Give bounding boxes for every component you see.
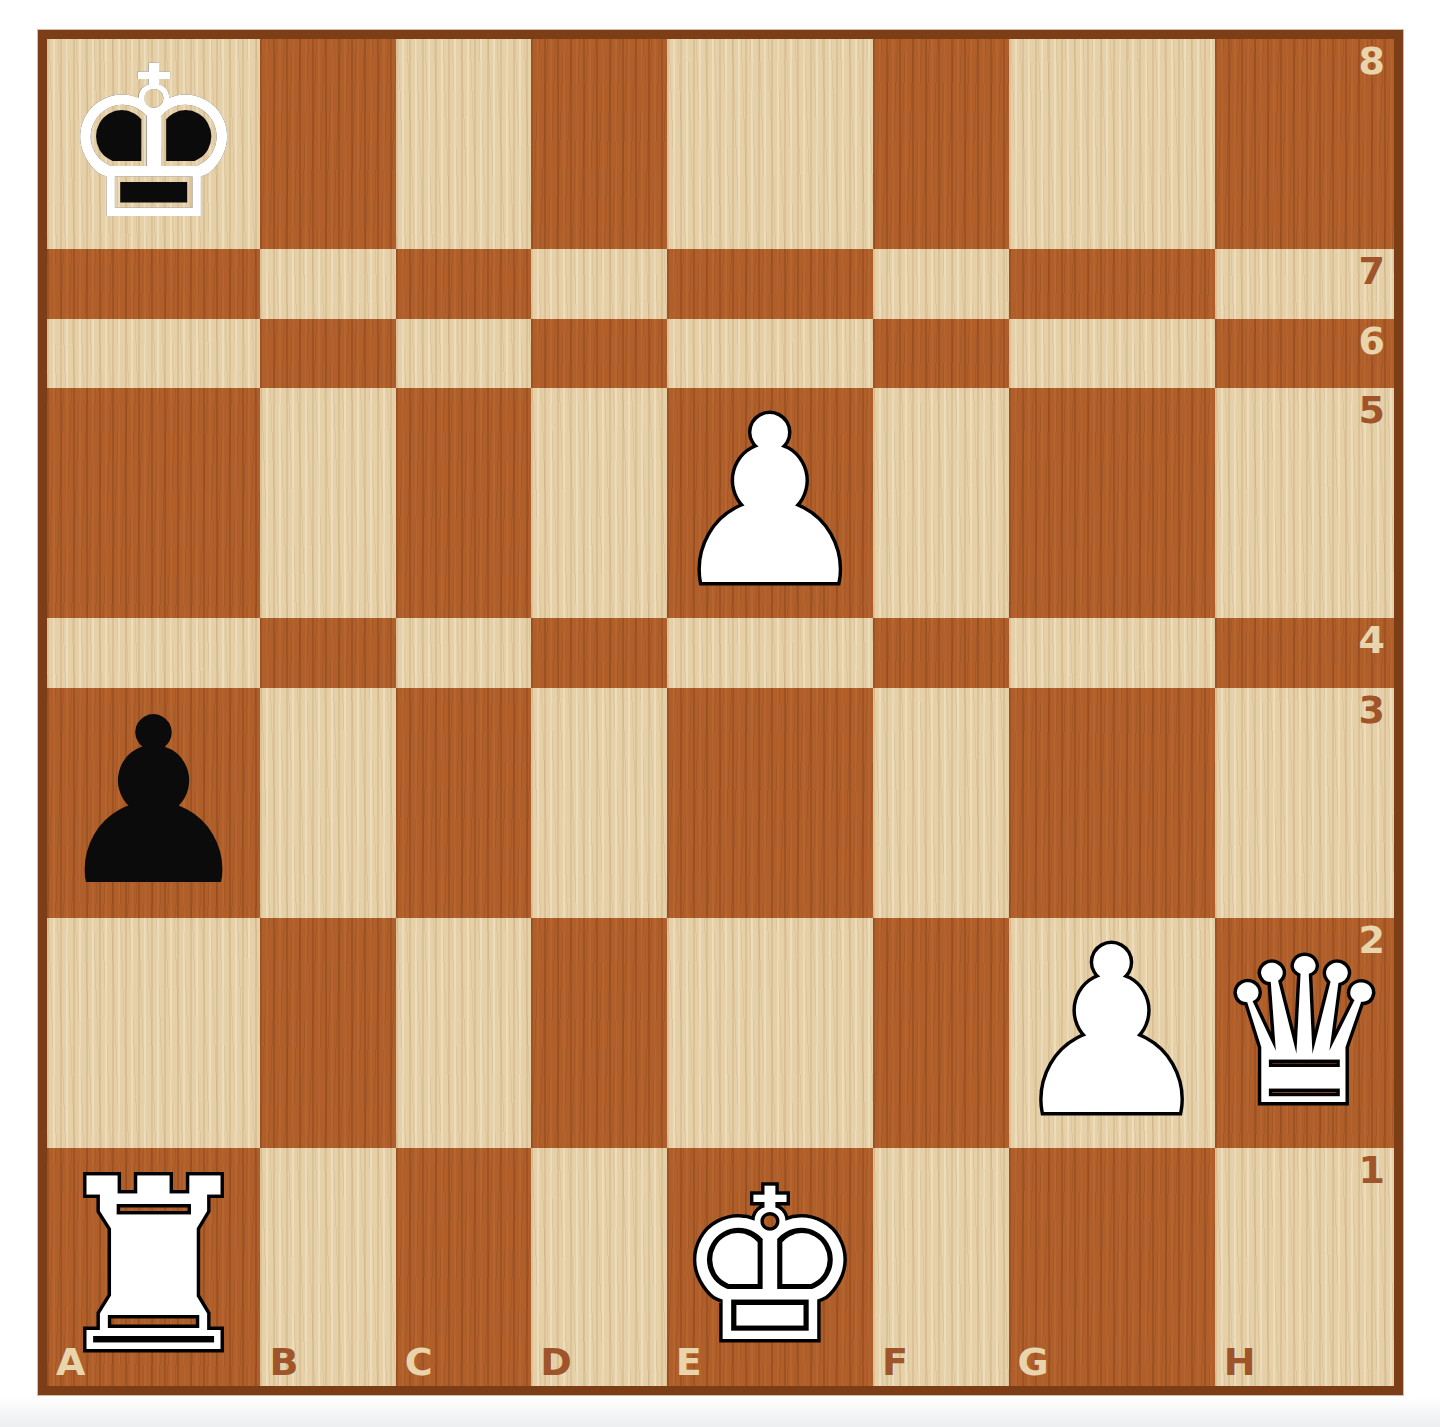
square-b7[interactable] xyxy=(260,249,395,319)
square-b3[interactable] xyxy=(260,688,395,918)
square-a1[interactable]: A♜ xyxy=(47,1148,260,1386)
square-h6[interactable]: 6 xyxy=(1215,319,1394,389)
square-c2[interactable] xyxy=(396,918,531,1148)
square-d4[interactable] xyxy=(531,618,666,688)
white-queen-icon[interactable]: ♛ xyxy=(1215,933,1394,1133)
square-d3[interactable] xyxy=(531,688,666,918)
file-label-c: C xyxy=(405,1343,433,1381)
square-c5[interactable] xyxy=(396,388,531,618)
square-c1[interactable]: C xyxy=(396,1148,531,1386)
square-e7[interactable] xyxy=(667,249,873,319)
file-label-d: D xyxy=(540,1343,572,1381)
square-f4[interactable] xyxy=(873,618,1008,688)
rank-label-8: 8 xyxy=(1359,42,1385,80)
file-label-f: F xyxy=(882,1343,908,1381)
square-d2[interactable] xyxy=(531,918,666,1148)
rank-label-5: 5 xyxy=(1359,391,1385,429)
piece-glyph: ♚ xyxy=(60,39,248,249)
square-h4[interactable]: 4 xyxy=(1215,618,1394,688)
square-g3[interactable] xyxy=(1009,688,1215,918)
square-c6[interactable] xyxy=(396,319,531,389)
piece-glyph: ♚ xyxy=(676,1162,864,1372)
square-e8[interactable] xyxy=(667,39,873,249)
square-f2[interactable] xyxy=(873,918,1008,1148)
piece-glyph: ♟ xyxy=(1009,918,1215,1148)
square-f8[interactable] xyxy=(873,39,1008,249)
file-label-b: B xyxy=(269,1343,298,1381)
square-f7[interactable] xyxy=(873,249,1008,319)
rank-label-3: 3 xyxy=(1359,691,1385,729)
square-g1[interactable]: G xyxy=(1009,1148,1215,1386)
square-c8[interactable] xyxy=(396,39,531,249)
piece-glyph: ♟ xyxy=(51,688,257,918)
rank-label-7: 7 xyxy=(1359,252,1385,290)
black-pawn-icon[interactable]: ♟ xyxy=(51,688,257,918)
rank-label-1: 1 xyxy=(1359,1151,1385,1189)
square-d1[interactable]: D xyxy=(531,1148,666,1386)
square-e5[interactable]: ♟ xyxy=(667,388,873,618)
square-e2[interactable] xyxy=(667,918,873,1148)
square-g8[interactable] xyxy=(1009,39,1215,249)
square-a2[interactable] xyxy=(47,918,260,1148)
square-c4[interactable] xyxy=(396,618,531,688)
chess-board-frame: ♚♔876♟54♟3♟2♛A♜BCDE♚FGH1 xyxy=(38,30,1403,1395)
square-h8[interactable]: 8 xyxy=(1215,39,1394,249)
square-g5[interactable] xyxy=(1009,388,1215,618)
piece-glyph: ♟ xyxy=(667,388,873,618)
black-king-icon[interactable]: ♚♔ xyxy=(60,39,248,249)
square-a5[interactable] xyxy=(47,388,260,618)
square-d6[interactable] xyxy=(531,319,666,389)
piece-glyph: ♛ xyxy=(1215,933,1394,1133)
square-b4[interactable] xyxy=(260,618,395,688)
file-label-h: H xyxy=(1224,1343,1256,1381)
square-a6[interactable] xyxy=(47,319,260,389)
square-h5[interactable]: 5 xyxy=(1215,388,1394,618)
page-background: { "game": "chess", "board_theme": { "lig… xyxy=(0,0,1440,1427)
square-c7[interactable] xyxy=(396,249,531,319)
square-b2[interactable] xyxy=(260,918,395,1148)
white-king-icon[interactable]: ♚ xyxy=(676,1162,864,1372)
square-h1[interactable]: H1 xyxy=(1215,1148,1394,1386)
square-b8[interactable] xyxy=(260,39,395,249)
square-f5[interactable] xyxy=(873,388,1008,618)
square-g4[interactable] xyxy=(1009,618,1215,688)
square-h7[interactable]: 7 xyxy=(1215,249,1394,319)
rank-label-2: 2 xyxy=(1359,921,1385,959)
square-d5[interactable] xyxy=(531,388,666,618)
square-h3[interactable]: 3 xyxy=(1215,688,1394,918)
square-d7[interactable] xyxy=(531,249,666,319)
rank-label-4: 4 xyxy=(1359,621,1385,659)
square-b5[interactable] xyxy=(260,388,395,618)
square-f1[interactable]: F xyxy=(873,1148,1008,1386)
square-a3[interactable]: ♟ xyxy=(47,688,260,918)
white-pawn-icon[interactable]: ♟ xyxy=(667,388,873,618)
square-e3[interactable] xyxy=(667,688,873,918)
square-h2[interactable]: 2♛ xyxy=(1215,918,1394,1148)
square-b6[interactable] xyxy=(260,319,395,389)
square-d8[interactable] xyxy=(531,39,666,249)
square-g6[interactable] xyxy=(1009,319,1215,389)
file-label-a: A xyxy=(56,1343,85,1381)
white-pawn-icon[interactable]: ♟ xyxy=(1009,918,1215,1148)
square-e1[interactable]: E♚ xyxy=(667,1148,873,1386)
square-c3[interactable] xyxy=(396,688,531,918)
file-label-e: E xyxy=(676,1343,702,1381)
rank-label-6: 6 xyxy=(1359,322,1385,360)
square-g2[interactable]: ♟ xyxy=(1009,918,1215,1148)
square-f3[interactable] xyxy=(873,688,1008,918)
square-g7[interactable] xyxy=(1009,249,1215,319)
chess-board: ♚♔876♟54♟3♟2♛A♜BCDE♚FGH1 xyxy=(47,39,1394,1386)
file-label-g: G xyxy=(1018,1343,1049,1381)
square-a8[interactable]: ♚♔ xyxy=(47,39,260,249)
square-b1[interactable]: B xyxy=(260,1148,395,1386)
square-f6[interactable] xyxy=(873,319,1008,389)
